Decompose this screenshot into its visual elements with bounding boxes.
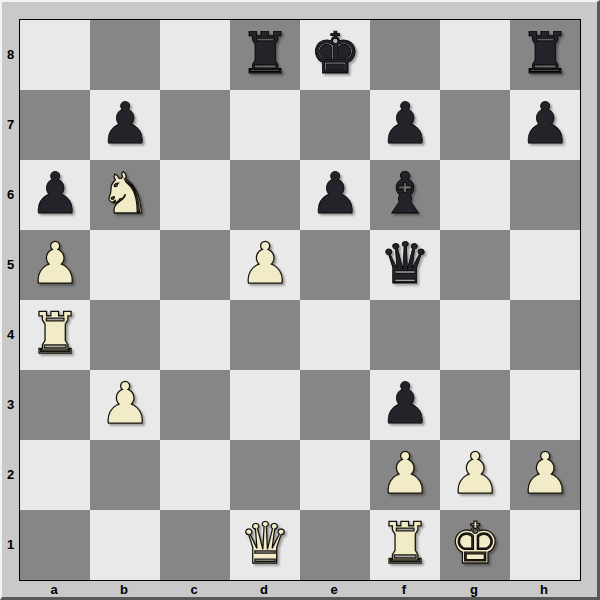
chess-board: ♜♚♜♟♟♟♟♞♟♝♟♟♛♜♟♟♟♟♟♛♜♚ [19,19,581,581]
piece-black-queen[interactable]: ♛ [379,235,430,292]
piece-white-pawn[interactable]: ♟ [239,235,290,292]
piece-white-pawn[interactable]: ♟ [29,235,80,292]
piece-black-pawn[interactable]: ♟ [379,95,430,152]
square-h3[interactable] [510,370,580,440]
chess-diagram: 87654321 ♜♚♜♟♟♟♟♞♟♝♟♟♛♜♟♟♟♟♟♛♜♚ abcdefgh [0,0,600,600]
square-g4[interactable] [440,300,510,370]
piece-black-bishop[interactable]: ♝ [379,165,430,222]
square-d4[interactable] [230,300,300,370]
file-label-b: b [89,580,159,598]
piece-white-rook[interactable]: ♜ [29,305,80,362]
rank-label-2: 2 [2,439,19,509]
square-d5[interactable]: ♟ [230,230,300,300]
square-a7[interactable] [20,90,90,160]
square-c5[interactable] [160,230,230,300]
square-h8[interactable]: ♜ [510,20,580,90]
file-labels: abcdefgh [19,580,579,598]
piece-black-rook[interactable]: ♜ [519,25,570,82]
piece-white-pawn[interactable]: ♟ [519,445,570,502]
square-g6[interactable] [440,160,510,230]
square-d3[interactable] [230,370,300,440]
piece-white-pawn[interactable]: ♟ [449,445,500,502]
piece-white-knight[interactable]: ♞ [99,165,150,222]
rank-label-8: 8 [2,19,19,89]
square-g8[interactable] [440,20,510,90]
square-c2[interactable] [160,440,230,510]
piece-black-pawn[interactable]: ♟ [519,95,570,152]
square-d8[interactable]: ♜ [230,20,300,90]
square-b1[interactable] [90,510,160,580]
square-h5[interactable] [510,230,580,300]
square-g7[interactable] [440,90,510,160]
square-a2[interactable] [20,440,90,510]
square-e4[interactable] [300,300,370,370]
rank-label-3: 3 [2,369,19,439]
square-a8[interactable] [20,20,90,90]
square-e6[interactable]: ♟ [300,160,370,230]
square-d1[interactable]: ♛ [230,510,300,580]
square-h4[interactable] [510,300,580,370]
piece-white-queen[interactable]: ♛ [239,515,290,572]
file-label-g: g [439,580,509,598]
rank-labels: 87654321 [2,19,19,579]
square-a1[interactable] [20,510,90,580]
piece-black-rook[interactable]: ♜ [239,25,290,82]
square-h2[interactable]: ♟ [510,440,580,510]
file-label-f: f [369,580,439,598]
square-b4[interactable] [90,300,160,370]
square-b2[interactable] [90,440,160,510]
piece-white-rook[interactable]: ♜ [379,515,430,572]
file-label-h: h [509,580,579,598]
square-b7[interactable]: ♟ [90,90,160,160]
square-c7[interactable] [160,90,230,160]
square-c1[interactable] [160,510,230,580]
square-f6[interactable]: ♝ [370,160,440,230]
square-g3[interactable] [440,370,510,440]
file-label-d: d [229,580,299,598]
square-h6[interactable] [510,160,580,230]
piece-white-pawn[interactable]: ♟ [379,445,430,502]
square-f1[interactable]: ♜ [370,510,440,580]
rank-label-6: 6 [2,159,19,229]
square-b5[interactable] [90,230,160,300]
file-label-a: a [19,580,89,598]
square-f2[interactable]: ♟ [370,440,440,510]
square-g5[interactable] [440,230,510,300]
piece-black-pawn[interactable]: ♟ [29,165,80,222]
square-a5[interactable]: ♟ [20,230,90,300]
square-h1[interactable] [510,510,580,580]
file-label-e: e [299,580,369,598]
square-a3[interactable] [20,370,90,440]
square-e5[interactable] [300,230,370,300]
square-f7[interactable]: ♟ [370,90,440,160]
square-e8[interactable]: ♚ [300,20,370,90]
piece-black-pawn[interactable]: ♟ [379,375,430,432]
square-d6[interactable] [230,160,300,230]
square-f5[interactable]: ♛ [370,230,440,300]
square-b6[interactable]: ♞ [90,160,160,230]
square-h7[interactable]: ♟ [510,90,580,160]
square-d7[interactable] [230,90,300,160]
square-b3[interactable]: ♟ [90,370,160,440]
square-c8[interactable] [160,20,230,90]
rank-label-4: 4 [2,299,19,369]
square-e1[interactable] [300,510,370,580]
piece-black-pawn[interactable]: ♟ [309,165,360,222]
piece-white-pawn[interactable]: ♟ [99,375,150,432]
rank-label-1: 1 [2,509,19,579]
piece-black-pawn[interactable]: ♟ [99,95,150,152]
rank-label-7: 7 [2,89,19,159]
square-c4[interactable] [160,300,230,370]
square-e7[interactable] [300,90,370,160]
square-b8[interactable] [90,20,160,90]
square-c6[interactable] [160,160,230,230]
square-a4[interactable]: ♜ [20,300,90,370]
piece-white-king[interactable]: ♚ [449,515,500,572]
square-e3[interactable] [300,370,370,440]
square-f8[interactable] [370,20,440,90]
square-e2[interactable] [300,440,370,510]
square-g1[interactable]: ♚ [440,510,510,580]
square-f4[interactable] [370,300,440,370]
square-a6[interactable]: ♟ [20,160,90,230]
square-c3[interactable] [160,370,230,440]
rank-label-5: 5 [2,229,19,299]
piece-black-king[interactable]: ♚ [309,25,360,82]
file-label-c: c [159,580,229,598]
square-g2[interactable]: ♟ [440,440,510,510]
square-d2[interactable] [230,440,300,510]
square-f3[interactable]: ♟ [370,370,440,440]
